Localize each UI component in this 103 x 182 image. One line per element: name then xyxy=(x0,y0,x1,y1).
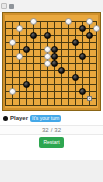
black-stone xyxy=(44,32,51,39)
button-row: Restart xyxy=(0,137,103,148)
black-stone xyxy=(79,25,86,32)
white-stone xyxy=(9,39,16,46)
white-stone xyxy=(44,46,51,53)
page-footer xyxy=(0,160,103,182)
white-stone xyxy=(65,18,72,25)
score-bar: 32 / 32 xyxy=(0,125,103,135)
white-stone xyxy=(30,18,37,25)
white-stone xyxy=(44,60,51,67)
black-count: 32 xyxy=(42,127,49,133)
last-move-marker xyxy=(87,96,92,101)
grid-hline xyxy=(5,35,97,36)
window-icon xyxy=(1,3,7,9)
grid-hline xyxy=(5,98,97,99)
white-stone xyxy=(44,53,51,60)
black-stone xyxy=(72,74,79,81)
white-stone xyxy=(9,88,16,95)
app-window: Player It's your turn 32 / 32 Restart xyxy=(0,0,103,182)
score-separator: / xyxy=(51,127,53,133)
white-stone xyxy=(93,25,100,32)
grid-hline xyxy=(5,42,97,43)
grid-hline xyxy=(5,70,97,71)
grid-icon xyxy=(9,4,14,9)
black-stone xyxy=(86,32,93,39)
black-stone xyxy=(51,53,58,60)
black-stone xyxy=(79,53,86,60)
restart-button[interactable]: Restart xyxy=(39,137,63,148)
black-stone xyxy=(23,81,30,88)
white-stone xyxy=(16,53,23,60)
grid-hline xyxy=(5,21,97,22)
top-bar xyxy=(0,0,103,12)
turn-badge: It's your turn xyxy=(30,115,61,122)
go-board[interactable] xyxy=(2,12,101,111)
black-stone xyxy=(58,67,65,74)
white-stone xyxy=(86,18,93,25)
black-stone xyxy=(51,46,58,53)
player-bar: Player It's your turn xyxy=(0,112,103,124)
black-stone-icon xyxy=(3,116,8,121)
grid-hline xyxy=(5,77,97,78)
white-stone xyxy=(16,25,23,32)
grid-hline xyxy=(5,105,97,106)
black-stone xyxy=(72,39,79,46)
white-count: 32 xyxy=(54,127,61,133)
black-stone xyxy=(23,46,30,53)
player-label: Player xyxy=(10,115,28,121)
black-stone xyxy=(30,32,37,39)
black-stone xyxy=(51,60,58,67)
black-stone xyxy=(79,88,86,95)
grid-hline xyxy=(5,84,97,85)
